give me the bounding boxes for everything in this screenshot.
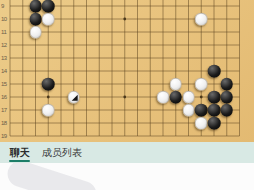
white-stone (182, 91, 195, 104)
white-stone (29, 26, 42, 39)
black-stone (220, 104, 233, 117)
row-label-15: 15 (1, 81, 10, 87)
white-stone (157, 91, 170, 104)
black-stone (208, 104, 221, 117)
row-label-10: 10 (1, 16, 10, 22)
black-stone (208, 117, 221, 130)
black-stone (169, 91, 182, 104)
row-label-12: 12 (1, 42, 10, 48)
go-app-screen: 910111213141516171819 聊天 成员列表 (0, 0, 254, 190)
black-stone (29, 0, 42, 12)
white-stone (195, 78, 208, 91)
white-stone (195, 117, 208, 130)
tab-member-list[interactable]: 成员列表 (42, 142, 82, 163)
black-stone (208, 65, 221, 78)
row-label-14: 14 (1, 68, 10, 74)
white-stone (42, 13, 55, 26)
row-label-18: 18 (1, 120, 10, 126)
white-stone (169, 78, 182, 91)
black-stone (42, 78, 55, 91)
chat-content-area[interactable] (0, 163, 254, 190)
white-stone (42, 104, 55, 117)
row-label-9: 9 (1, 3, 10, 9)
black-stone (195, 104, 208, 117)
last-move-marker-icon (72, 95, 78, 101)
row-label-11: 11 (1, 29, 10, 35)
chat-tab-bar: 聊天 成员列表 (0, 142, 254, 163)
row-label-17: 17 (1, 107, 10, 113)
white-stone (195, 13, 208, 26)
row-label-13: 13 (1, 55, 10, 61)
black-stone (220, 78, 233, 91)
black-stone (29, 13, 42, 26)
row-label-19: 19 (1, 133, 10, 139)
black-stone (208, 91, 221, 104)
empty-chat-watermark (4, 163, 100, 190)
black-stone (42, 0, 55, 12)
white-stone (182, 104, 195, 117)
white-stone (67, 91, 80, 104)
selected-tab-underline (9, 160, 30, 163)
go-board[interactable]: 910111213141516171819 (0, 0, 254, 142)
row-label-16: 16 (1, 94, 10, 100)
black-stone (220, 91, 233, 104)
